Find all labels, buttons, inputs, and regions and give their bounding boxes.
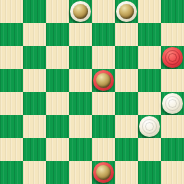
white-man-piece[interactable] [139, 116, 160, 137]
square-r5c2[interactable] [46, 115, 69, 138]
square-r1c5 [115, 23, 138, 46]
red-king-piece[interactable] [93, 70, 114, 91]
square-r0c3[interactable] [69, 0, 92, 23]
square-r4c7[interactable] [161, 92, 184, 115]
checkers-board [0, 0, 184, 184]
red-man-piece[interactable] [162, 47, 183, 68]
square-r2c1[interactable] [23, 46, 46, 69]
square-r1c2[interactable] [46, 23, 69, 46]
square-r7c1 [23, 161, 46, 184]
square-r2c2 [46, 46, 69, 69]
square-r3c0[interactable] [0, 69, 23, 92]
white-king-piece[interactable] [70, 1, 91, 22]
square-r6c5[interactable] [115, 138, 138, 161]
king-crown-icon [73, 4, 88, 19]
square-r3c7 [161, 69, 184, 92]
square-r5c6[interactable] [138, 115, 161, 138]
square-r3c4[interactable] [92, 69, 115, 92]
square-r6c7[interactable] [161, 138, 184, 161]
square-r0c1[interactable] [23, 0, 46, 23]
square-r1c3 [69, 23, 92, 46]
square-r7c7 [161, 161, 184, 184]
square-r3c3 [69, 69, 92, 92]
square-r1c7 [161, 23, 184, 46]
white-king-piece[interactable] [116, 1, 137, 22]
square-r1c6[interactable] [138, 23, 161, 46]
square-r0c5[interactable] [115, 0, 138, 23]
square-r5c4[interactable] [92, 115, 115, 138]
square-r5c3 [69, 115, 92, 138]
square-r4c2 [46, 92, 69, 115]
square-r2c3[interactable] [69, 46, 92, 69]
square-r6c6 [138, 138, 161, 161]
square-r1c1 [23, 23, 46, 46]
square-r2c0 [0, 46, 23, 69]
square-r3c2[interactable] [46, 69, 69, 92]
square-r4c0 [0, 92, 23, 115]
square-r7c3 [69, 161, 92, 184]
square-r7c6[interactable] [138, 161, 161, 184]
square-r3c1 [23, 69, 46, 92]
square-r4c4 [92, 92, 115, 115]
square-r1c4[interactable] [92, 23, 115, 46]
square-r4c5[interactable] [115, 92, 138, 115]
red-king-piece[interactable] [93, 162, 114, 183]
square-r0c0 [0, 0, 23, 23]
square-r6c4 [92, 138, 115, 161]
king-crown-icon [96, 165, 111, 180]
square-r6c3[interactable] [69, 138, 92, 161]
square-r7c0[interactable] [0, 161, 23, 184]
square-r5c1 [23, 115, 46, 138]
white-man-piece[interactable] [162, 93, 183, 114]
square-r2c4 [92, 46, 115, 69]
square-r2c5[interactable] [115, 46, 138, 69]
square-r6c2 [46, 138, 69, 161]
square-r7c2[interactable] [46, 161, 69, 184]
square-r3c5 [115, 69, 138, 92]
king-crown-icon [119, 4, 134, 19]
square-r0c6 [138, 0, 161, 23]
square-r0c2 [46, 0, 69, 23]
square-r0c4 [92, 0, 115, 23]
square-r4c1[interactable] [23, 92, 46, 115]
square-r7c5 [115, 161, 138, 184]
king-crown-icon [96, 73, 111, 88]
square-r0c7[interactable] [161, 0, 184, 23]
square-r6c0 [0, 138, 23, 161]
square-r6c1[interactable] [23, 138, 46, 161]
square-r7c4[interactable] [92, 161, 115, 184]
square-r5c7 [161, 115, 184, 138]
square-r4c3[interactable] [69, 92, 92, 115]
square-r5c0[interactable] [0, 115, 23, 138]
square-r3c6[interactable] [138, 69, 161, 92]
square-r2c7[interactable] [161, 46, 184, 69]
square-r2c6 [138, 46, 161, 69]
square-r1c0[interactable] [0, 23, 23, 46]
square-r5c5 [115, 115, 138, 138]
square-r4c6 [138, 92, 161, 115]
